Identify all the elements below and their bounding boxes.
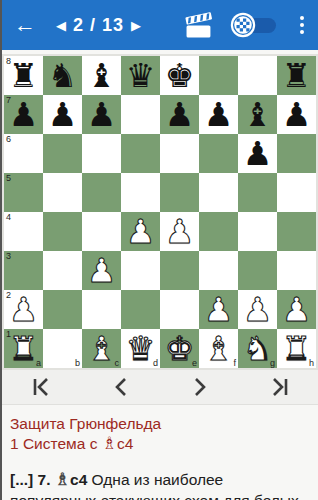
square-e5[interactable]: [160, 173, 199, 212]
square-e8[interactable]: ♚: [160, 56, 199, 95]
piece-white-rook: ♜: [9, 329, 39, 368]
square-h1[interactable]: h♜: [277, 329, 316, 368]
square-b6[interactable]: [43, 134, 82, 173]
square-b5[interactable]: [43, 173, 82, 212]
square-e7[interactable]: ♟: [160, 95, 199, 134]
move-nav-bar: [2, 370, 318, 405]
opening-title: Защита Грюнфельда: [10, 414, 310, 434]
piece-white-bishop: ♝: [204, 329, 234, 368]
file-label: f: [233, 358, 236, 368]
bishop-figurine-icon[interactable]: ♗: [55, 470, 70, 489]
square-a3[interactable]: 3: [4, 251, 43, 290]
app-bar: ← ◀ 2 / 13 ▶: [2, 0, 318, 50]
square-g2[interactable]: ♟: [238, 290, 277, 329]
square-c7[interactable]: ♟: [82, 95, 121, 134]
rank-label: 3: [6, 251, 11, 261]
square-h5[interactable]: [277, 173, 316, 212]
square-a5[interactable]: 5: [4, 173, 43, 212]
move-square[interactable]: c4: [70, 471, 92, 488]
square-c5[interactable]: [82, 173, 121, 212]
rank-label: 6: [6, 134, 11, 144]
piece-white-pawn: ♟: [282, 290, 312, 329]
piece-black-rook: ♜: [9, 56, 39, 95]
piece-black-knight: ♞: [48, 56, 78, 95]
opening-subtitle: 1 Система с ♗c4: [10, 434, 310, 454]
piece-white-queen: ♛: [126, 329, 156, 368]
notes-panel: Защита Грюнфельда 1 Система с ♗c4 [...] …: [2, 405, 318, 500]
square-d6[interactable]: [121, 134, 160, 173]
piece-white-bishop: ♝: [87, 329, 117, 368]
move-ellipsis: [...] 7.: [10, 471, 55, 488]
go-last-button[interactable]: [239, 370, 318, 404]
square-f8[interactable]: [199, 56, 238, 95]
square-h8[interactable]: ♜: [277, 56, 316, 95]
go-first-button[interactable]: [2, 370, 81, 404]
piece-black-king: ♚: [165, 56, 195, 95]
clapperboard-icon[interactable]: [184, 12, 214, 39]
go-prev-button[interactable]: [81, 370, 160, 404]
piece-white-pawn: ♟: [165, 212, 195, 251]
piece-black-bishop: ♝: [87, 56, 117, 95]
piece-black-pawn: ♟: [282, 95, 312, 134]
piece-white-pawn: ♟: [243, 290, 273, 329]
square-c2[interactable]: [82, 290, 121, 329]
piece-white-king: ♚: [165, 329, 195, 368]
square-b7[interactable]: ♟: [43, 95, 82, 134]
square-c6[interactable]: [82, 134, 121, 173]
square-d3[interactable]: [121, 251, 160, 290]
square-d8[interactable]: ♛: [121, 56, 160, 95]
chess-board[interactable]: 8♜♞♝♛♚♜7♟♟♟♟♟♝♟6♟54♟♟3♟2♟♟♟♟1a♜bc♝d♛e♚f♝…: [2, 54, 318, 370]
position-pager: ◀ 2 / 13 ▶: [56, 15, 141, 36]
square-f4[interactable]: [199, 212, 238, 251]
square-f3[interactable]: [199, 251, 238, 290]
square-h4[interactable]: [277, 212, 316, 251]
square-g8[interactable]: [238, 56, 277, 95]
go-next-button[interactable]: [160, 370, 239, 404]
rank-label: 5: [6, 173, 11, 183]
square-b4[interactable]: [43, 212, 82, 251]
square-a7[interactable]: 7♟: [4, 95, 43, 134]
square-h7[interactable]: ♟: [277, 95, 316, 134]
square-g4[interactable]: [238, 212, 277, 251]
file-label: d: [153, 358, 158, 368]
square-g3[interactable]: [238, 251, 277, 290]
prev-position-icon[interactable]: ◀: [56, 19, 66, 32]
square-a2[interactable]: 2♟: [4, 290, 43, 329]
rank-label: 8: [6, 56, 11, 66]
piece-black-pawn: ♟: [243, 134, 273, 173]
square-d1[interactable]: d♛: [121, 329, 160, 368]
square-f7[interactable]: ♟: [199, 95, 238, 134]
square-c8[interactable]: ♝: [82, 56, 121, 95]
chess-app-window: ← ◀ 2 / 13 ▶: [2, 0, 318, 500]
file-label: e: [192, 358, 197, 368]
square-e6[interactable]: [160, 134, 199, 173]
square-d2[interactable]: [121, 290, 160, 329]
position-counter: 2 / 13: [73, 15, 124, 36]
piece-black-bishop: ♝: [243, 95, 273, 134]
piece-white-rook: ♜: [282, 329, 312, 368]
piece-white-pawn: ♟: [204, 290, 234, 329]
piece-white-pawn: ♟: [126, 212, 156, 251]
piece-black-pawn: ♟: [87, 95, 117, 134]
square-g7[interactable]: ♝: [238, 95, 277, 134]
rank-label: 1: [6, 329, 11, 339]
square-c1[interactable]: c♝: [82, 329, 121, 368]
square-g6[interactable]: ♟: [238, 134, 277, 173]
file-label: c: [115, 358, 120, 368]
file-label: h: [309, 358, 314, 368]
square-c3[interactable]: ♟: [82, 251, 121, 290]
piece-white-knight: ♞: [243, 329, 273, 368]
square-b8[interactable]: ♞: [43, 56, 82, 95]
square-e4[interactable]: ♟: [160, 212, 199, 251]
square-a1[interactable]: 1a♜: [4, 329, 43, 368]
square-d7[interactable]: [121, 95, 160, 134]
square-a8[interactable]: 8♜: [4, 56, 43, 95]
square-f2[interactable]: ♟: [199, 290, 238, 329]
square-d5[interactable]: [121, 173, 160, 212]
square-g1[interactable]: g♞: [238, 329, 277, 368]
file-label: g: [270, 358, 275, 368]
piece-white-pawn: ♟: [87, 251, 117, 290]
back-icon[interactable]: ←: [14, 14, 42, 36]
piece-black-pawn: ♟: [48, 95, 78, 134]
piece-black-pawn: ♟: [204, 95, 234, 134]
square-g5[interactable]: [238, 173, 277, 212]
square-b1[interactable]: b: [43, 329, 82, 368]
square-f5[interactable]: [199, 173, 238, 212]
piece-black-pawn: ♟: [165, 95, 195, 134]
square-e1[interactable]: e♚: [160, 329, 199, 368]
square-e3[interactable]: [160, 251, 199, 290]
file-label: a: [36, 358, 41, 368]
move-commentary: [...] 7. ♗c4 Одна из наиболее популярных…: [10, 469, 310, 500]
overflow-menu-icon[interactable]: [296, 14, 308, 36]
bishop-figurine-icon: ♗: [102, 434, 117, 453]
piece-black-pawn: ♟: [9, 95, 39, 134]
square-e2[interactable]: [160, 290, 199, 329]
piece-black-queen: ♛: [126, 56, 156, 95]
board-mode-toggle[interactable]: [230, 12, 280, 38]
square-b3[interactable]: [43, 251, 82, 290]
next-position-icon[interactable]: ▶: [131, 19, 141, 32]
board-area: 8♜♞♝♛♚♜7♟♟♟♟♟♝♟6♟54♟♟3♟2♟♟♟♟1a♜bc♝d♛e♚f♝…: [2, 50, 318, 370]
piece-white-pawn: ♟: [9, 290, 39, 329]
file-label: b: [75, 358, 80, 368]
square-a4[interactable]: 4: [4, 212, 43, 251]
square-f1[interactable]: f♝: [199, 329, 238, 368]
square-f6[interactable]: [199, 134, 238, 173]
rank-label: 7: [6, 95, 11, 105]
square-c4[interactable]: [82, 212, 121, 251]
square-b2[interactable]: [43, 290, 82, 329]
square-h2[interactable]: ♟: [277, 290, 316, 329]
square-h3[interactable]: [277, 251, 316, 290]
square-h6[interactable]: [277, 134, 316, 173]
square-d4[interactable]: ♟: [121, 212, 160, 251]
square-a6[interactable]: 6: [4, 134, 43, 173]
rank-label: 2: [6, 290, 11, 300]
piece-black-rook: ♜: [282, 56, 312, 95]
rank-label: 4: [6, 212, 11, 222]
